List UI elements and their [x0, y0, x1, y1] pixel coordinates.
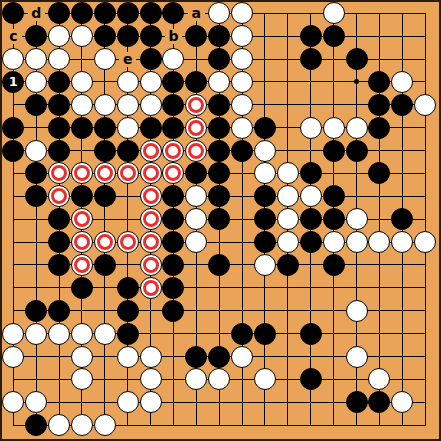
black-stone[interactable]	[323, 25, 345, 47]
marked-white-stone[interactable]	[48, 162, 70, 184]
white-stone[interactable]	[2, 48, 24, 70]
white-stone[interactable]	[117, 391, 139, 413]
white-stone[interactable]	[277, 162, 299, 184]
white-stone[interactable]	[346, 208, 368, 230]
black-stone[interactable]	[185, 25, 207, 47]
black-stone[interactable]	[71, 277, 93, 299]
black-stone[interactable]	[208, 117, 230, 139]
white-stone[interactable]	[117, 94, 139, 116]
black-stone[interactable]	[368, 71, 390, 93]
star-point	[354, 79, 359, 84]
black-stone[interactable]	[368, 94, 390, 116]
white-stone[interactable]	[231, 94, 253, 116]
white-stone[interactable]	[25, 71, 47, 93]
white-stone[interactable]	[25, 140, 47, 162]
white-stone[interactable]	[300, 185, 322, 207]
point-label-e: e	[119, 52, 136, 67]
black-stone[interactable]	[48, 254, 70, 276]
black-stone[interactable]	[162, 117, 184, 139]
white-stone[interactable]	[231, 71, 253, 93]
red-circle-marker-icon	[97, 234, 113, 250]
white-stone[interactable]	[94, 414, 116, 436]
white-stone[interactable]	[94, 323, 116, 345]
black-stone[interactable]	[162, 94, 184, 116]
white-stone[interactable]	[231, 346, 253, 368]
red-circle-marker-icon	[97, 165, 113, 181]
black-stone[interactable]	[25, 94, 47, 116]
white-stone[interactable]	[368, 368, 390, 390]
black-stone[interactable]	[48, 208, 70, 230]
black-stone[interactable]	[140, 2, 162, 24]
white-stone[interactable]	[208, 2, 230, 24]
white-stone[interactable]	[346, 231, 368, 253]
white-stone[interactable]	[277, 185, 299, 207]
black-stone[interactable]	[323, 185, 345, 207]
black-stone[interactable]	[94, 185, 116, 207]
black-stone[interactable]	[300, 48, 322, 70]
white-stone[interactable]	[391, 231, 413, 253]
white-stone[interactable]	[25, 323, 47, 345]
white-stone[interactable]	[48, 25, 70, 47]
white-stone[interactable]	[2, 323, 24, 345]
white-stone[interactable]	[71, 71, 93, 93]
black-stone[interactable]	[254, 323, 276, 345]
red-circle-marker-icon	[74, 211, 90, 227]
grid-line-vertical	[425, 13, 426, 426]
white-stone[interactable]	[254, 368, 276, 390]
black-stone[interactable]	[25, 414, 47, 436]
red-circle-marker-icon	[120, 234, 136, 250]
black-stone[interactable]	[185, 346, 207, 368]
red-circle-marker-icon	[188, 143, 204, 159]
black-stone[interactable]	[323, 140, 345, 162]
black-stone[interactable]	[300, 162, 322, 184]
white-stone[interactable]	[185, 185, 207, 207]
marked-white-stone[interactable]	[94, 162, 116, 184]
white-stone[interactable]	[231, 2, 253, 24]
black-stone[interactable]	[140, 25, 162, 47]
black-stone[interactable]	[277, 254, 299, 276]
white-stone[interactable]	[231, 117, 253, 139]
black-stone[interactable]	[25, 25, 47, 47]
black-stone[interactable]	[2, 140, 24, 162]
white-stone[interactable]	[391, 391, 413, 413]
marked-white-stone[interactable]	[185, 140, 207, 162]
red-circle-marker-icon	[188, 97, 204, 113]
marked-white-stone[interactable]	[140, 277, 162, 299]
black-stone[interactable]	[94, 2, 116, 24]
point-label-d: d	[28, 6, 45, 21]
black-stone[interactable]	[48, 231, 70, 253]
white-stone[interactable]	[48, 323, 70, 345]
black-stone[interactable]	[208, 254, 230, 276]
white-stone[interactable]	[208, 71, 230, 93]
marked-white-stone[interactable]	[71, 254, 93, 276]
white-stone[interactable]	[277, 208, 299, 230]
black-stone[interactable]	[346, 140, 368, 162]
black-stone[interactable]	[368, 391, 390, 413]
white-stone[interactable]	[48, 414, 70, 436]
black-stone[interactable]	[162, 254, 184, 276]
black-stone[interactable]	[94, 25, 116, 47]
black-stone[interactable]	[300, 368, 322, 390]
marked-white-stone[interactable]	[117, 162, 139, 184]
black-stone[interactable]	[368, 162, 390, 184]
white-stone[interactable]	[71, 94, 93, 116]
black-stone[interactable]	[300, 25, 322, 47]
white-stone[interactable]	[94, 48, 116, 70]
marked-white-stone[interactable]	[71, 162, 93, 184]
black-stone[interactable]	[2, 2, 24, 24]
black-stone[interactable]	[300, 231, 322, 253]
white-stone[interactable]	[2, 391, 24, 413]
black-stone[interactable]	[231, 140, 253, 162]
red-circle-marker-icon	[120, 165, 136, 181]
black-stone[interactable]	[208, 185, 230, 207]
black-stone[interactable]	[346, 391, 368, 413]
white-stone[interactable]	[346, 300, 368, 322]
black-stone[interactable]	[208, 208, 230, 230]
marked-white-stone[interactable]	[162, 140, 184, 162]
white-stone[interactable]	[346, 117, 368, 139]
stone-number: 1	[9, 75, 18, 88]
black-stone[interactable]	[185, 71, 207, 93]
black-stone[interactable]	[48, 117, 70, 139]
white-stone[interactable]	[140, 368, 162, 390]
black-stone[interactable]	[208, 48, 230, 70]
black-stone[interactable]	[48, 71, 70, 93]
black-stone[interactable]	[208, 162, 230, 184]
white-stone[interactable]	[323, 231, 345, 253]
white-stone[interactable]	[346, 346, 368, 368]
black-stone[interactable]	[71, 117, 93, 139]
black-stone[interactable]	[2, 117, 24, 139]
numbered-black-stone[interactable]: 1	[2, 71, 24, 93]
black-stone[interactable]	[208, 346, 230, 368]
marked-white-stone[interactable]	[140, 162, 162, 184]
white-stone[interactable]	[368, 231, 390, 253]
red-circle-marker-icon	[51, 188, 67, 204]
red-circle-marker-icon	[143, 165, 159, 181]
marked-white-stone[interactable]	[140, 254, 162, 276]
red-circle-marker-icon	[143, 257, 159, 273]
point-label-b: b	[165, 29, 182, 44]
black-stone[interactable]	[71, 2, 93, 24]
black-stone[interactable]	[48, 2, 70, 24]
marked-white-stone[interactable]	[71, 231, 93, 253]
white-stone[interactable]	[414, 94, 436, 116]
black-stone[interactable]	[162, 231, 184, 253]
white-stone[interactable]	[117, 71, 139, 93]
white-stone[interactable]	[140, 94, 162, 116]
white-stone[interactable]	[185, 231, 207, 253]
white-stone[interactable]	[71, 25, 93, 47]
black-stone[interactable]	[117, 323, 139, 345]
black-stone[interactable]	[368, 117, 390, 139]
black-stone[interactable]	[48, 94, 70, 116]
black-stone[interactable]	[94, 117, 116, 139]
black-stone[interactable]	[300, 323, 322, 345]
black-stone[interactable]	[94, 254, 116, 276]
red-circle-marker-icon	[74, 257, 90, 273]
white-stone[interactable]	[162, 48, 184, 70]
marked-white-stone[interactable]	[48, 185, 70, 207]
white-stone[interactable]	[94, 94, 116, 116]
black-stone[interactable]	[208, 140, 230, 162]
black-stone[interactable]	[162, 208, 184, 230]
black-stone[interactable]	[25, 185, 47, 207]
red-circle-marker-icon	[143, 188, 159, 204]
red-circle-marker-icon	[165, 143, 181, 159]
black-stone[interactable]	[254, 117, 276, 139]
black-stone[interactable]	[25, 162, 47, 184]
white-stone[interactable]	[185, 368, 207, 390]
white-stone[interactable]	[414, 231, 436, 253]
black-stone[interactable]	[162, 185, 184, 207]
white-stone[interactable]	[323, 2, 345, 24]
black-stone[interactable]	[162, 277, 184, 299]
white-stone[interactable]	[140, 71, 162, 93]
white-stone[interactable]	[25, 48, 47, 70]
white-stone[interactable]	[117, 346, 139, 368]
white-stone[interactable]	[300, 117, 322, 139]
marked-white-stone[interactable]	[185, 117, 207, 139]
red-circle-marker-icon	[143, 143, 159, 159]
black-stone[interactable]	[346, 48, 368, 70]
point-label-a: a	[188, 6, 205, 21]
black-stone[interactable]	[48, 140, 70, 162]
go-board[interactable]: dacbe1	[0, 0, 441, 441]
marked-white-stone[interactable]	[140, 185, 162, 207]
white-stone[interactable]	[71, 323, 93, 345]
white-stone[interactable]	[254, 162, 276, 184]
black-stone[interactable]	[94, 140, 116, 162]
white-stone[interactable]	[231, 48, 253, 70]
white-stone[interactable]	[140, 346, 162, 368]
black-stone[interactable]	[208, 25, 230, 47]
white-stone[interactable]	[25, 391, 47, 413]
black-stone[interactable]	[323, 254, 345, 276]
white-stone[interactable]	[231, 25, 253, 47]
white-stone[interactable]	[48, 48, 70, 70]
red-circle-marker-icon	[143, 280, 159, 296]
black-stone[interactable]	[185, 162, 207, 184]
black-stone[interactable]	[71, 185, 93, 207]
white-stone[interactable]	[2, 346, 24, 368]
red-circle-marker-icon	[51, 165, 67, 181]
black-stone[interactable]	[117, 277, 139, 299]
black-stone[interactable]	[25, 300, 47, 322]
black-stone[interactable]	[254, 208, 276, 230]
black-stone[interactable]	[391, 94, 413, 116]
marked-white-stone[interactable]	[140, 140, 162, 162]
marked-white-stone[interactable]	[117, 231, 139, 253]
marked-white-stone[interactable]	[71, 208, 93, 230]
black-stone[interactable]	[140, 117, 162, 139]
red-circle-marker-icon	[74, 165, 90, 181]
red-circle-marker-icon	[74, 234, 90, 250]
white-stone[interactable]	[277, 231, 299, 253]
black-stone[interactable]	[231, 323, 253, 345]
red-circle-marker-icon	[143, 234, 159, 250]
black-stone[interactable]	[254, 231, 276, 253]
marked-white-stone[interactable]	[162, 162, 184, 184]
white-stone[interactable]	[71, 414, 93, 436]
marked-white-stone[interactable]	[140, 231, 162, 253]
black-stone[interactable]	[323, 208, 345, 230]
marked-white-stone[interactable]	[94, 231, 116, 253]
marked-white-stone[interactable]	[140, 208, 162, 230]
black-stone[interactable]	[162, 300, 184, 322]
point-label-c: c	[5, 29, 22, 44]
black-stone[interactable]	[48, 300, 70, 322]
red-circle-marker-icon	[143, 211, 159, 227]
black-stone[interactable]	[162, 71, 184, 93]
black-stone[interactable]	[140, 48, 162, 70]
black-stone[interactable]	[300, 208, 322, 230]
red-circle-marker-icon	[188, 120, 204, 136]
black-stone[interactable]	[162, 2, 184, 24]
black-stone[interactable]	[391, 208, 413, 230]
black-stone[interactable]	[117, 140, 139, 162]
black-stone[interactable]	[117, 2, 139, 24]
white-stone[interactable]	[185, 208, 207, 230]
marked-white-stone[interactable]	[185, 94, 207, 116]
white-stone[interactable]	[71, 346, 93, 368]
white-stone[interactable]	[208, 368, 230, 390]
white-stone[interactable]	[71, 368, 93, 390]
white-stone[interactable]	[140, 391, 162, 413]
white-stone[interactable]	[117, 117, 139, 139]
white-stone[interactable]	[254, 140, 276, 162]
black-stone[interactable]	[117, 300, 139, 322]
black-stone[interactable]	[117, 25, 139, 47]
black-stone[interactable]	[208, 94, 230, 116]
white-stone[interactable]	[254, 254, 276, 276]
white-stone[interactable]	[323, 117, 345, 139]
white-stone[interactable]	[391, 71, 413, 93]
black-stone[interactable]	[254, 185, 276, 207]
red-circle-marker-icon	[165, 165, 181, 181]
